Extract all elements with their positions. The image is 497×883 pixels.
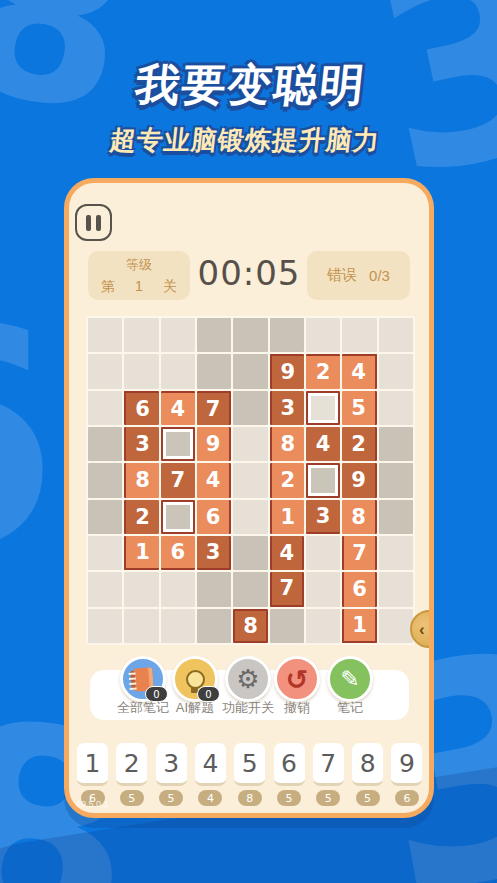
grid-cell[interactable]: 1 [124,536,158,570]
grid-cell[interactable]: 7 [270,572,304,606]
grid-cell[interactable] [88,609,122,643]
number-count-badge: 5 [159,790,183,806]
grid-cell[interactable] [379,427,413,461]
grid-cell[interactable] [197,354,231,388]
grid-cell[interactable] [233,463,267,497]
grid-cell[interactable] [379,463,413,497]
grid-cell[interactable]: 6 [197,500,231,534]
grid-cell[interactable] [88,536,122,570]
number-button-5[interactable]: 5 [234,743,265,786]
grid-cell[interactable] [233,354,267,388]
grid-cell[interactable] [306,536,340,570]
grid-cell[interactable]: 6 [342,572,376,606]
number-count-badge: 8 [238,790,262,806]
grid-cell[interactable]: 7 [342,536,376,570]
chevron-left-icon: ‹ [419,621,425,638]
grid-cell[interactable]: 6 [161,536,195,570]
grid-cell[interactable] [161,354,195,388]
grid-cell[interactable]: 7 [197,391,231,425]
level-suffix: 关 [163,278,177,296]
number-button-7[interactable]: 7 [313,743,344,786]
level-prefix: 第 [101,278,115,296]
grid-cell[interactable] [88,463,122,497]
undo-icon: ↺ [286,666,309,693]
number-count-badge: 5 [277,790,301,806]
grid-cell[interactable] [161,609,195,643]
pause-icon [96,215,101,231]
grid-cell[interactable] [88,500,122,534]
number-count-badge: 5 [316,790,340,806]
grid-cell[interactable] [342,318,376,352]
page-subtitle: 超专业脑锻炼提升脑力 [0,123,495,158]
全部笔记-button[interactable]: 0 [120,656,166,702]
grid-cell[interactable] [379,609,413,643]
grid-cell[interactable]: 8 [342,500,376,534]
grid-cell[interactable] [233,318,267,352]
grid-cell[interactable] [233,427,267,461]
功能开关-button[interactable]: ⚙ [225,656,271,702]
grid-cell[interactable] [161,318,195,352]
pause-icon [86,215,91,231]
number-button-3[interactable]: 3 [156,743,187,786]
grid-cell[interactable]: 7 [161,463,195,497]
grid-cell[interactable]: 2 [306,354,340,388]
grid-cell[interactable]: 4 [342,354,376,388]
number-button-1[interactable]: 1 [77,743,108,786]
grid-cell[interactable]: 8 [233,609,267,643]
grid-cell[interactable] [306,391,340,425]
bg-digit-decoration: 6 [0,290,59,590]
level-number: 1 [135,277,143,294]
number-button-8[interactable]: 8 [352,743,383,786]
grid-cell[interactable] [270,609,304,643]
grid-cell[interactable] [306,318,340,352]
grid-cell[interactable] [88,427,122,461]
gear-icon: ⚙ [236,666,259,692]
grid-cell[interactable] [197,318,231,352]
timer: 00:05 [189,253,309,293]
grid-cell[interactable] [379,500,413,534]
number-button-2[interactable]: 2 [116,743,147,786]
grid-cell[interactable] [88,391,122,425]
grid-cell[interactable] [161,427,195,461]
grid-cell[interactable] [306,609,340,643]
grid-cell[interactable] [124,354,158,388]
AI解题-button[interactable]: 0 [172,656,218,702]
grid-cell[interactable] [233,391,267,425]
grid-cell[interactable]: 5 [342,391,376,425]
number-count-badge: 5 [356,790,380,806]
grid-cell[interactable]: 1 [270,500,304,534]
grid-cell[interactable] [306,463,340,497]
version-text: 29.5.0.1 [76,799,109,809]
grid-cell[interactable]: 2 [270,463,304,497]
grid-cell[interactable]: 8 [124,463,158,497]
grid-cell[interactable]: 2 [124,500,158,534]
grid-cell[interactable]: 9 [197,427,231,461]
grid-cell[interactable]: 4 [197,463,231,497]
level-label: 等级 [88,256,190,274]
grid-cell[interactable]: 4 [161,391,195,425]
puzzle-grid: 92464735398428742926138163477681 [86,316,415,645]
grid-cell[interactable] [88,318,122,352]
grid-cell[interactable] [379,572,413,606]
笔记-button[interactable]: ✎ [327,656,373,702]
grid-cell[interactable]: 8 [270,427,304,461]
grid-cell[interactable]: 9 [270,354,304,388]
grid-cell[interactable]: 4 [270,536,304,570]
grid-cell[interactable]: 3 [270,391,304,425]
撤销-button[interactable]: ↺ [274,656,320,702]
grid-cell[interactable] [379,391,413,425]
grid-cell[interactable]: 2 [342,427,376,461]
grid-cell[interactable]: 3 [197,536,231,570]
grid-cell[interactable] [379,536,413,570]
number-button-4[interactable]: 4 [195,743,226,786]
number-button-6[interactable]: 6 [274,743,305,786]
grid-cell[interactable] [124,609,158,643]
grid-cell[interactable] [124,572,158,606]
grid-cell[interactable] [197,572,231,606]
toolbar-button-label: 笔记 [318,699,382,717]
header: 我要变聪明 超专业脑锻炼提升脑力 [0,56,497,158]
app-screen: 8 3 6 8 3 我要变聪明 超专业脑锻炼提升脑力 等级 第 1 关 00:0… [0,0,497,883]
mistakes-label: 错误 [327,266,357,285]
grid-cell[interactable] [88,572,122,606]
grid-cell[interactable] [233,536,267,570]
level-indicator: 等级 第 1 关 [88,251,190,300]
grid-cell[interactable]: 4 [306,427,340,461]
grid-cell[interactable] [161,500,195,534]
number-count-badge: 6 [395,790,419,806]
grid-cell[interactable] [270,318,304,352]
grid-cell[interactable]: 6 [124,391,158,425]
grid-cell[interactable]: 3 [124,427,158,461]
grid-cell[interactable] [379,354,413,388]
number-count-badge: 4 [198,790,222,806]
mistakes-value: 0/3 [369,267,390,284]
number-count-badge: 5 [120,790,144,806]
grid-cell[interactable] [233,572,267,606]
number-button-9[interactable]: 9 [391,743,422,786]
game-card: 等级 第 1 关 00:05 错误 0/3 924647353984287429… [64,178,434,818]
mistakes-indicator: 错误 0/3 [307,251,410,300]
grid-cell[interactable]: 3 [306,500,340,534]
grid-cell[interactable] [161,572,195,606]
pause-button[interactable] [75,204,112,241]
grid-cell[interactable]: 1 [342,609,376,643]
page-title: 我要变聪明 [0,56,497,115]
grid-cell[interactable] [124,318,158,352]
pencil-icon: ✎ [340,668,359,691]
grid-cell[interactable] [197,609,231,643]
grid-cell[interactable] [233,500,267,534]
grid-cell[interactable] [379,318,413,352]
grid-cell[interactable] [88,354,122,388]
grid-cell[interactable] [306,572,340,606]
grid-cell[interactable]: 9 [342,463,376,497]
